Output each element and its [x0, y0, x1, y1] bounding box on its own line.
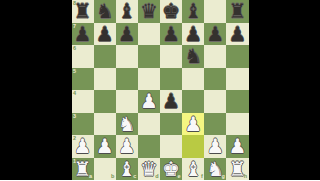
- square-c1[interactable]: c♝: [116, 158, 138, 181]
- piece-white-pawn[interactable]: ♟: [226, 135, 248, 158]
- piece-black-knight[interactable]: ♞: [182, 45, 204, 68]
- square-a3[interactable]: 3: [72, 113, 94, 136]
- piece-black-rook[interactable]: ♜: [226, 0, 248, 23]
- piece-black-knight[interactable]: ♞: [94, 0, 116, 23]
- square-g4[interactable]: [204, 90, 226, 113]
- square-c6[interactable]: [116, 45, 138, 68]
- square-a6[interactable]: 6: [72, 45, 94, 68]
- square-h3[interactable]: [226, 113, 248, 136]
- square-h6[interactable]: [226, 45, 248, 68]
- square-b1[interactable]: b: [94, 158, 116, 181]
- piece-white-knight[interactable]: ♞: [116, 113, 138, 136]
- piece-white-king[interactable]: ♚: [160, 158, 182, 181]
- piece-black-pawn[interactable]: ♟: [204, 23, 226, 46]
- rank-label-5: 5: [73, 69, 76, 75]
- square-e4[interactable]: ♟: [160, 90, 182, 113]
- square-c7[interactable]: ♟: [116, 23, 138, 46]
- square-c5[interactable]: [116, 68, 138, 91]
- square-e5[interactable]: [160, 68, 182, 91]
- file-label-b: b: [111, 174, 114, 180]
- square-h4[interactable]: [226, 90, 248, 113]
- piece-black-pawn[interactable]: ♟: [160, 90, 182, 113]
- rank-label-3: 3: [73, 114, 76, 120]
- square-h8[interactable]: ♜: [226, 0, 248, 23]
- piece-white-pawn[interactable]: ♟: [204, 135, 226, 158]
- square-d5[interactable]: [138, 68, 160, 91]
- piece-black-pawn[interactable]: ♟: [72, 23, 94, 46]
- square-e2[interactable]: [160, 135, 182, 158]
- rank-label-4: 4: [73, 91, 76, 97]
- square-a2[interactable]: 2♟: [72, 135, 94, 158]
- square-d4[interactable]: ♟: [138, 90, 160, 113]
- piece-white-pawn[interactable]: ♟: [138, 90, 160, 113]
- square-g1[interactable]: g♞: [204, 158, 226, 181]
- square-d2[interactable]: [138, 135, 160, 158]
- letterbox-right: [249, 0, 320, 180]
- rank-label-6: 6: [73, 46, 76, 52]
- square-d8[interactable]: ♛: [138, 0, 160, 23]
- square-a7[interactable]: 7♟: [72, 23, 94, 46]
- square-d1[interactable]: d♛: [138, 158, 160, 181]
- square-f5[interactable]: [182, 68, 204, 91]
- piece-black-pawn[interactable]: ♟: [182, 23, 204, 46]
- square-e1[interactable]: e♚: [160, 158, 182, 181]
- piece-white-bishop[interactable]: ♝: [182, 158, 204, 181]
- square-c8[interactable]: ♝: [116, 0, 138, 23]
- piece-black-pawn[interactable]: ♟: [226, 23, 248, 46]
- square-d7[interactable]: [138, 23, 160, 46]
- square-g5[interactable]: [204, 68, 226, 91]
- piece-black-king[interactable]: ♚: [160, 0, 182, 23]
- square-c3[interactable]: ♞: [116, 113, 138, 136]
- square-b6[interactable]: [94, 45, 116, 68]
- square-d3[interactable]: [138, 113, 160, 136]
- piece-white-queen[interactable]: ♛: [138, 158, 160, 181]
- square-g3[interactable]: [204, 113, 226, 136]
- square-f3[interactable]: ♟: [182, 113, 204, 136]
- square-g2[interactable]: ♟: [204, 135, 226, 158]
- piece-black-queen[interactable]: ♛: [138, 0, 160, 23]
- piece-black-bishop[interactable]: ♝: [116, 0, 138, 23]
- square-f2[interactable]: [182, 135, 204, 158]
- square-e3[interactable]: [160, 113, 182, 136]
- square-e8[interactable]: ♚: [160, 0, 182, 23]
- piece-white-bishop[interactable]: ♝: [116, 158, 138, 181]
- square-b7[interactable]: ♟: [94, 23, 116, 46]
- piece-white-pawn[interactable]: ♟: [94, 135, 116, 158]
- piece-white-pawn[interactable]: ♟: [72, 135, 94, 158]
- square-e6[interactable]: [160, 45, 182, 68]
- square-b8[interactable]: ♞: [94, 0, 116, 23]
- square-b2[interactable]: ♟: [94, 135, 116, 158]
- square-f4[interactable]: [182, 90, 204, 113]
- letterbox-left: [0, 0, 72, 180]
- square-g8[interactable]: [204, 0, 226, 23]
- piece-white-knight[interactable]: ♞: [204, 158, 226, 181]
- square-h5[interactable]: [226, 68, 248, 91]
- square-b4[interactable]: [94, 90, 116, 113]
- square-h7[interactable]: ♟: [226, 23, 248, 46]
- square-b5[interactable]: [94, 68, 116, 91]
- piece-white-rook[interactable]: ♜: [226, 158, 248, 181]
- square-f7[interactable]: ♟: [182, 23, 204, 46]
- piece-black-pawn[interactable]: ♟: [116, 23, 138, 46]
- piece-black-pawn[interactable]: ♟: [94, 23, 116, 46]
- piece-white-rook[interactable]: ♜: [72, 158, 94, 181]
- piece-black-bishop[interactable]: ♝: [182, 0, 204, 23]
- piece-black-pawn[interactable]: ♟: [160, 23, 182, 46]
- square-h2[interactable]: ♟: [226, 135, 248, 158]
- square-f8[interactable]: ♝: [182, 0, 204, 23]
- square-d6[interactable]: [138, 45, 160, 68]
- square-g7[interactable]: ♟: [204, 23, 226, 46]
- square-f1[interactable]: f♝: [182, 158, 204, 181]
- square-e7[interactable]: ♟: [160, 23, 182, 46]
- square-g6[interactable]: [204, 45, 226, 68]
- square-a4[interactable]: 4: [72, 90, 94, 113]
- chess-board: 8♜♞♝♛♚♝♜7♟♟♟♟♟♟♟6♞54♟♟3♞♟2♟♟♟♟♟1a♜bc♝d♛e…: [72, 0, 249, 180]
- square-a1[interactable]: 1a♜: [72, 158, 94, 181]
- square-c4[interactable]: [116, 90, 138, 113]
- square-a5[interactable]: 5: [72, 68, 94, 91]
- square-b3[interactable]: [94, 113, 116, 136]
- square-h1[interactable]: h♜: [226, 158, 248, 181]
- square-c2[interactable]: ♟: [116, 135, 138, 158]
- video-frame: 8♜♞♝♛♚♝♜7♟♟♟♟♟♟♟6♞54♟♟3♞♟2♟♟♟♟♟1a♜bc♝d♛e…: [0, 0, 320, 180]
- square-f6[interactable]: ♞: [182, 45, 204, 68]
- piece-white-pawn[interactable]: ♟: [116, 135, 138, 158]
- square-a8[interactable]: 8♜: [72, 0, 94, 23]
- piece-white-pawn[interactable]: ♟: [182, 113, 204, 136]
- piece-black-rook[interactable]: ♜: [72, 0, 94, 23]
